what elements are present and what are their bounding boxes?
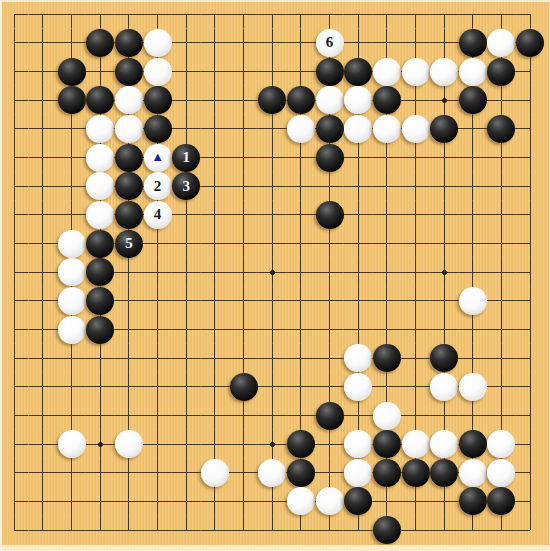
board-point[interactable] (401, 459, 430, 488)
board-point[interactable] (287, 115, 316, 144)
board-point[interactable]: 6 (315, 29, 344, 58)
board-point[interactable] (401, 201, 430, 230)
board-point[interactable] (115, 516, 144, 545)
board-point[interactable] (487, 344, 516, 373)
board-point[interactable] (29, 143, 58, 172)
board-point[interactable] (258, 29, 287, 58)
board-point[interactable] (57, 172, 86, 201)
board-point[interactable] (258, 229, 287, 258)
board-point[interactable] (430, 373, 459, 402)
board-point[interactable] (487, 287, 516, 316)
board-point[interactable] (516, 29, 545, 58)
board-point[interactable] (115, 459, 144, 488)
board-point[interactable] (430, 287, 459, 316)
board-point[interactable] (373, 229, 402, 258)
board-point[interactable] (487, 459, 516, 488)
board-point[interactable] (229, 516, 258, 545)
board-point[interactable] (229, 143, 258, 172)
board-point[interactable] (287, 430, 316, 459)
board-point[interactable] (143, 0, 172, 29)
board-point[interactable] (401, 29, 430, 58)
board-point[interactable] (229, 487, 258, 516)
board-point[interactable] (344, 516, 373, 545)
board-point[interactable] (459, 0, 488, 29)
board-point[interactable] (201, 430, 230, 459)
board-point[interactable] (29, 57, 58, 86)
board-point[interactable] (201, 287, 230, 316)
board-point[interactable] (516, 258, 545, 287)
board-point[interactable] (459, 287, 488, 316)
board-point[interactable] (516, 229, 545, 258)
board-point[interactable] (143, 29, 172, 58)
board-point[interactable] (201, 459, 230, 488)
board-point[interactable] (258, 201, 287, 230)
board-point[interactable] (459, 201, 488, 230)
board-point[interactable] (229, 459, 258, 488)
board-point[interactable] (258, 115, 287, 144)
board-point[interactable] (315, 143, 344, 172)
board-point[interactable] (401, 143, 430, 172)
board-point[interactable] (516, 201, 545, 230)
board-point[interactable] (459, 172, 488, 201)
board-point[interactable] (0, 344, 29, 373)
board-point[interactable] (143, 86, 172, 115)
board-point[interactable] (487, 201, 516, 230)
board-point[interactable] (143, 258, 172, 287)
board-point[interactable] (29, 315, 58, 344)
board-point[interactable] (258, 86, 287, 115)
board-point[interactable] (229, 201, 258, 230)
board-point[interactable] (86, 373, 115, 402)
board-point[interactable] (287, 287, 316, 316)
board-point[interactable] (29, 487, 58, 516)
board-point[interactable] (143, 373, 172, 402)
board-point[interactable] (86, 487, 115, 516)
board-point[interactable] (57, 459, 86, 488)
board-point[interactable] (0, 172, 29, 201)
board-point[interactable] (172, 57, 201, 86)
board-point[interactable] (373, 487, 402, 516)
board-point[interactable] (401, 516, 430, 545)
board-point[interactable] (373, 258, 402, 287)
board-point[interactable] (315, 229, 344, 258)
board-point[interactable] (516, 57, 545, 86)
board-point[interactable] (57, 0, 86, 29)
board-point[interactable] (373, 344, 402, 373)
board-point[interactable] (287, 459, 316, 488)
board-point[interactable] (315, 86, 344, 115)
board-point[interactable] (287, 315, 316, 344)
board-point[interactable] (344, 201, 373, 230)
board-point[interactable] (143, 57, 172, 86)
board-point[interactable] (401, 287, 430, 316)
board-point[interactable] (143, 287, 172, 316)
board-point[interactable] (229, 315, 258, 344)
board-point[interactable] (459, 29, 488, 58)
board-point[interactable] (143, 487, 172, 516)
board-point[interactable] (0, 516, 29, 545)
board-point[interactable] (201, 487, 230, 516)
board-point[interactable] (373, 57, 402, 86)
board-point[interactable] (29, 115, 58, 144)
board-point[interactable] (487, 229, 516, 258)
board-point[interactable] (172, 201, 201, 230)
board-point[interactable] (315, 344, 344, 373)
board-point[interactable] (459, 344, 488, 373)
board-point[interactable] (487, 29, 516, 58)
board-point[interactable] (86, 401, 115, 430)
board-point[interactable] (0, 258, 29, 287)
board-point[interactable] (459, 86, 488, 115)
board-point[interactable] (201, 115, 230, 144)
board-point[interactable] (315, 401, 344, 430)
board-point[interactable] (229, 430, 258, 459)
board-point[interactable] (29, 344, 58, 373)
board-point[interactable] (430, 143, 459, 172)
board-point[interactable] (29, 516, 58, 545)
board-point[interactable] (86, 29, 115, 58)
board-point[interactable] (115, 373, 144, 402)
board-point[interactable] (516, 401, 545, 430)
board-point[interactable] (430, 57, 459, 86)
board-point[interactable] (172, 86, 201, 115)
board-point[interactable] (172, 401, 201, 430)
board-point[interactable] (516, 487, 545, 516)
board-point[interactable] (287, 487, 316, 516)
board-point[interactable] (115, 172, 144, 201)
board-point[interactable] (86, 258, 115, 287)
board-point[interactable] (516, 287, 545, 316)
board-point[interactable] (115, 287, 144, 316)
board-point[interactable] (401, 430, 430, 459)
board-point[interactable] (401, 401, 430, 430)
board-point[interactable] (172, 516, 201, 545)
board-point[interactable] (229, 401, 258, 430)
board-point[interactable] (201, 143, 230, 172)
board-point[interactable] (487, 516, 516, 545)
board-point[interactable] (487, 430, 516, 459)
board-point[interactable] (201, 315, 230, 344)
board-point[interactable] (344, 459, 373, 488)
board-point[interactable] (115, 86, 144, 115)
board-point[interactable] (115, 258, 144, 287)
board-point[interactable] (201, 57, 230, 86)
board-point[interactable] (258, 487, 287, 516)
board-point[interactable] (201, 373, 230, 402)
board-point[interactable] (86, 201, 115, 230)
board-point[interactable] (344, 258, 373, 287)
board-point[interactable] (172, 287, 201, 316)
board-point[interactable] (459, 430, 488, 459)
board-point[interactable] (516, 430, 545, 459)
board-point[interactable] (0, 201, 29, 230)
board-point[interactable] (516, 143, 545, 172)
board-point[interactable] (201, 201, 230, 230)
board-point[interactable] (229, 373, 258, 402)
board-point[interactable] (86, 57, 115, 86)
board-point[interactable] (373, 430, 402, 459)
board-point[interactable] (29, 459, 58, 488)
board-point[interactable] (0, 115, 29, 144)
board-point[interactable] (401, 315, 430, 344)
board-point[interactable] (487, 86, 516, 115)
board-point[interactable] (373, 401, 402, 430)
board-point[interactable] (401, 86, 430, 115)
board-point[interactable] (143, 315, 172, 344)
board-point[interactable] (487, 143, 516, 172)
board-point[interactable] (430, 430, 459, 459)
board-point[interactable] (401, 258, 430, 287)
board-point[interactable] (487, 315, 516, 344)
board-point[interactable] (258, 516, 287, 545)
board-point[interactable] (29, 172, 58, 201)
board-point[interactable] (229, 86, 258, 115)
board-point[interactable] (430, 0, 459, 29)
board-point[interactable] (0, 29, 29, 58)
board-point[interactable] (172, 258, 201, 287)
board-point[interactable] (0, 57, 29, 86)
board-point[interactable]: 3 (172, 172, 201, 201)
board-point[interactable] (172, 373, 201, 402)
board-point[interactable] (143, 516, 172, 545)
board-point[interactable] (29, 287, 58, 316)
board-point[interactable] (287, 143, 316, 172)
board-point[interactable] (201, 86, 230, 115)
board-point[interactable] (57, 287, 86, 316)
board-point[interactable] (373, 315, 402, 344)
board-point[interactable] (315, 287, 344, 316)
board-point[interactable] (430, 201, 459, 230)
board-point[interactable] (258, 459, 287, 488)
board-point[interactable] (516, 344, 545, 373)
board-point[interactable] (0, 0, 29, 29)
board-point[interactable] (287, 29, 316, 58)
board-point[interactable] (373, 459, 402, 488)
board-point[interactable] (287, 201, 316, 230)
board-point[interactable] (487, 401, 516, 430)
board-point[interactable] (487, 57, 516, 86)
board-point[interactable] (229, 229, 258, 258)
board-point[interactable] (143, 430, 172, 459)
board-point[interactable] (57, 57, 86, 86)
board-point[interactable] (344, 57, 373, 86)
board-point[interactable] (344, 86, 373, 115)
board-point[interactable] (201, 0, 230, 29)
board-point[interactable] (287, 0, 316, 29)
board-point[interactable] (344, 344, 373, 373)
board-point[interactable] (0, 86, 29, 115)
board-point[interactable] (201, 344, 230, 373)
board-point[interactable] (401, 115, 430, 144)
board-point[interactable] (29, 0, 58, 29)
board-point[interactable] (487, 258, 516, 287)
board-point[interactable] (344, 0, 373, 29)
board-point[interactable] (315, 172, 344, 201)
board-point[interactable] (0, 315, 29, 344)
board-point[interactable] (57, 201, 86, 230)
board-point[interactable] (86, 315, 115, 344)
board-point[interactable] (430, 516, 459, 545)
board-point[interactable] (344, 229, 373, 258)
board-point[interactable] (315, 258, 344, 287)
board-point[interactable] (57, 229, 86, 258)
board-point[interactable] (516, 315, 545, 344)
board-point[interactable] (201, 258, 230, 287)
board-point[interactable] (115, 344, 144, 373)
board-point[interactable] (258, 287, 287, 316)
board-point[interactable] (172, 487, 201, 516)
board-point[interactable] (459, 229, 488, 258)
board-point[interactable] (86, 459, 115, 488)
board-point[interactable] (430, 86, 459, 115)
board-point[interactable] (373, 516, 402, 545)
board-point[interactable] (57, 373, 86, 402)
board-point[interactable] (57, 86, 86, 115)
board-point[interactable] (115, 430, 144, 459)
board-point[interactable] (201, 516, 230, 545)
board-point[interactable] (229, 0, 258, 29)
board-point[interactable] (86, 344, 115, 373)
board-point[interactable] (229, 57, 258, 86)
board-point[interactable] (401, 0, 430, 29)
board-point[interactable] (143, 459, 172, 488)
board-point[interactable] (344, 373, 373, 402)
board-point[interactable] (29, 373, 58, 402)
board-point[interactable] (86, 229, 115, 258)
board-point[interactable] (229, 258, 258, 287)
board-point[interactable] (143, 344, 172, 373)
board-point[interactable] (0, 229, 29, 258)
board-point[interactable] (516, 516, 545, 545)
board-point[interactable] (57, 430, 86, 459)
board-point[interactable] (115, 29, 144, 58)
board-point[interactable] (315, 201, 344, 230)
board-point[interactable] (201, 229, 230, 258)
board-point[interactable] (459, 487, 488, 516)
board-point[interactable] (172, 0, 201, 29)
board-point[interactable] (287, 516, 316, 545)
board-point[interactable] (315, 115, 344, 144)
board-point[interactable] (258, 315, 287, 344)
board-point[interactable] (373, 201, 402, 230)
board-point[interactable] (29, 229, 58, 258)
board-point[interactable] (287, 86, 316, 115)
board-point[interactable] (29, 401, 58, 430)
board-point[interactable] (315, 487, 344, 516)
board-point[interactable]: 2 (143, 172, 172, 201)
board-point[interactable] (115, 57, 144, 86)
board-point[interactable] (287, 229, 316, 258)
board-point[interactable] (86, 143, 115, 172)
board-point[interactable] (401, 344, 430, 373)
board-point[interactable] (487, 0, 516, 29)
board-point[interactable] (344, 487, 373, 516)
board-point[interactable] (115, 143, 144, 172)
board-point[interactable] (516, 86, 545, 115)
board-point[interactable] (258, 258, 287, 287)
board-point[interactable] (315, 0, 344, 29)
board-point[interactable] (373, 287, 402, 316)
board-point[interactable] (430, 487, 459, 516)
board-point[interactable] (344, 29, 373, 58)
board-point[interactable] (459, 516, 488, 545)
board-point[interactable] (172, 29, 201, 58)
board-point[interactable] (430, 258, 459, 287)
board-point[interactable] (459, 258, 488, 287)
board-point[interactable] (86, 516, 115, 545)
board-point[interactable] (258, 344, 287, 373)
board-point[interactable] (229, 344, 258, 373)
board-point[interactable] (86, 287, 115, 316)
board-point[interactable] (115, 201, 144, 230)
board-point[interactable] (459, 315, 488, 344)
board-point[interactable] (57, 143, 86, 172)
board-point[interactable] (344, 315, 373, 344)
board-point[interactable] (459, 57, 488, 86)
board-point[interactable] (344, 401, 373, 430)
board-point[interactable] (516, 115, 545, 144)
board-point[interactable] (29, 86, 58, 115)
board-point[interactable] (430, 229, 459, 258)
board-point[interactable] (344, 172, 373, 201)
board-point[interactable] (172, 115, 201, 144)
board-point[interactable] (430, 115, 459, 144)
board-point[interactable] (172, 229, 201, 258)
board-point[interactable] (373, 0, 402, 29)
board-point[interactable] (0, 487, 29, 516)
board-point[interactable] (0, 373, 29, 402)
board-point[interactable] (344, 287, 373, 316)
board-point[interactable] (315, 459, 344, 488)
board-point[interactable] (487, 115, 516, 144)
board-point[interactable] (172, 430, 201, 459)
board-point[interactable] (57, 516, 86, 545)
board-point[interactable] (315, 315, 344, 344)
board-point[interactable] (29, 258, 58, 287)
board-point[interactable] (229, 287, 258, 316)
board-point[interactable] (287, 172, 316, 201)
board-point[interactable] (86, 0, 115, 29)
board-point[interactable] (201, 172, 230, 201)
board-point[interactable] (258, 172, 287, 201)
board-point[interactable] (143, 115, 172, 144)
board-point[interactable] (459, 143, 488, 172)
board-point[interactable] (258, 373, 287, 402)
board-point[interactable] (201, 401, 230, 430)
board-point[interactable] (459, 373, 488, 402)
board-point[interactable] (373, 143, 402, 172)
board-point[interactable] (315, 430, 344, 459)
board-point[interactable] (287, 258, 316, 287)
board-point[interactable] (401, 229, 430, 258)
board-point[interactable] (0, 430, 29, 459)
board-point[interactable] (86, 86, 115, 115)
board-point[interactable] (115, 115, 144, 144)
board-point[interactable] (143, 401, 172, 430)
board-point[interactable] (287, 401, 316, 430)
board-point[interactable] (373, 86, 402, 115)
board-point[interactable] (115, 401, 144, 430)
board-point[interactable] (115, 0, 144, 29)
board-point[interactable] (229, 172, 258, 201)
board-point[interactable] (57, 487, 86, 516)
board-point[interactable] (229, 115, 258, 144)
board-point[interactable] (487, 172, 516, 201)
board-point[interactable] (344, 143, 373, 172)
board-point[interactable] (115, 487, 144, 516)
board-point[interactable] (487, 373, 516, 402)
board-point[interactable] (287, 373, 316, 402)
